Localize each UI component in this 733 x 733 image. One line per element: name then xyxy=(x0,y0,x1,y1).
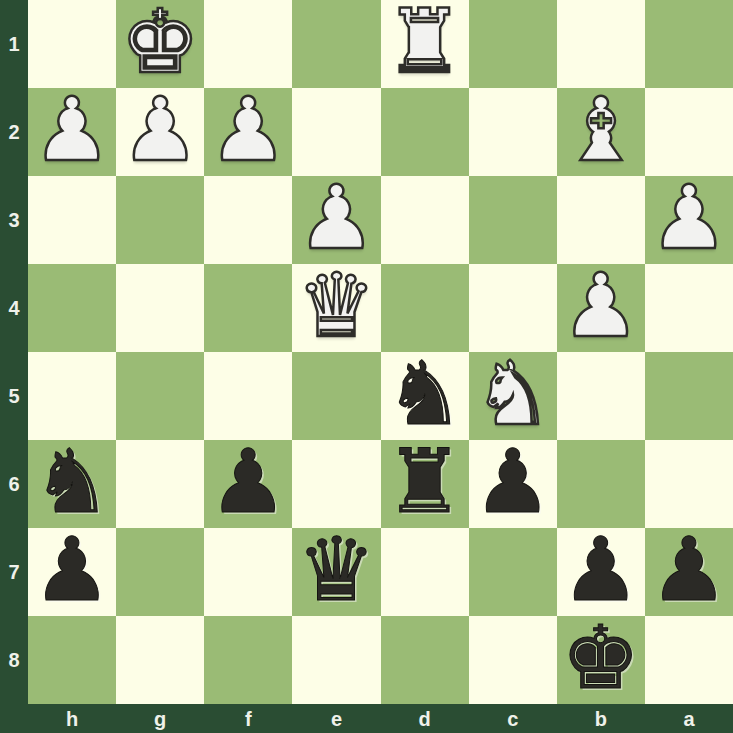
square-h3[interactable] xyxy=(28,176,116,264)
square-h5[interactable] xyxy=(28,352,116,440)
white-king[interactable]: ♚ xyxy=(121,0,200,86)
white-bishop[interactable]: ♝ xyxy=(561,86,640,174)
white-pawn[interactable]: ♟ xyxy=(561,262,640,350)
white-pawn[interactable]: ♟ xyxy=(297,174,376,262)
square-f3[interactable] xyxy=(204,176,292,264)
file-label-g: g xyxy=(116,704,204,733)
black-pawn[interactable]: ♟ xyxy=(473,438,552,526)
chess-board: 1♚♜2♟♟♟♝3♟♟4♛♟5♞♞6♞♟♜♟7♟♛♟♟8♚hgfedcba xyxy=(0,0,733,733)
white-pawn[interactable]: ♟ xyxy=(33,86,112,174)
file-label-a: a xyxy=(645,704,733,733)
rank-label-8: 8 xyxy=(0,616,28,704)
square-b2[interactable]: ♝ xyxy=(557,88,645,176)
square-f7[interactable] xyxy=(204,528,292,616)
square-e7[interactable]: ♛ xyxy=(292,528,380,616)
square-a4[interactable] xyxy=(645,264,733,352)
square-d3[interactable] xyxy=(381,176,469,264)
square-d7[interactable] xyxy=(381,528,469,616)
white-queen[interactable]: ♛ xyxy=(297,262,376,350)
square-b4[interactable]: ♟ xyxy=(557,264,645,352)
white-pawn[interactable]: ♟ xyxy=(121,86,200,174)
rank-label-2: 2 xyxy=(0,88,28,176)
square-d4[interactable] xyxy=(381,264,469,352)
square-h4[interactable] xyxy=(28,264,116,352)
square-d8[interactable] xyxy=(381,616,469,704)
rank-label-5: 5 xyxy=(0,352,28,440)
white-pawn[interactable]: ♟ xyxy=(649,174,728,262)
square-h7[interactable]: ♟ xyxy=(28,528,116,616)
square-h8[interactable] xyxy=(28,616,116,704)
square-e8[interactable] xyxy=(292,616,380,704)
square-e4[interactable]: ♛ xyxy=(292,264,380,352)
square-a6[interactable] xyxy=(645,440,733,528)
square-e3[interactable]: ♟ xyxy=(292,176,380,264)
square-a7[interactable]: ♟ xyxy=(645,528,733,616)
black-queen[interactable]: ♛ xyxy=(297,526,376,614)
square-a5[interactable] xyxy=(645,352,733,440)
black-king[interactable]: ♚ xyxy=(561,614,640,702)
square-c7[interactable] xyxy=(469,528,557,616)
square-b6[interactable] xyxy=(557,440,645,528)
square-e1[interactable] xyxy=(292,0,380,88)
square-h1[interactable] xyxy=(28,0,116,88)
black-pawn[interactable]: ♟ xyxy=(33,526,112,614)
square-b3[interactable] xyxy=(557,176,645,264)
square-f1[interactable] xyxy=(204,0,292,88)
black-pawn[interactable]: ♟ xyxy=(209,438,288,526)
board-corner xyxy=(0,704,28,733)
square-f8[interactable] xyxy=(204,616,292,704)
square-c4[interactable] xyxy=(469,264,557,352)
file-label-d: d xyxy=(381,704,469,733)
square-c2[interactable] xyxy=(469,88,557,176)
square-e5[interactable] xyxy=(292,352,380,440)
square-f6[interactable]: ♟ xyxy=(204,440,292,528)
square-f2[interactable]: ♟ xyxy=(204,88,292,176)
square-a2[interactable] xyxy=(645,88,733,176)
black-pawn[interactable]: ♟ xyxy=(649,526,728,614)
square-g7[interactable] xyxy=(116,528,204,616)
rank-label-6: 6 xyxy=(0,440,28,528)
square-c6[interactable]: ♟ xyxy=(469,440,557,528)
square-g6[interactable] xyxy=(116,440,204,528)
square-d6[interactable]: ♜ xyxy=(381,440,469,528)
rank-label-4: 4 xyxy=(0,264,28,352)
square-g4[interactable] xyxy=(116,264,204,352)
square-h6[interactable]: ♞ xyxy=(28,440,116,528)
black-knight[interactable]: ♞ xyxy=(385,350,464,438)
square-a3[interactable]: ♟ xyxy=(645,176,733,264)
square-b8[interactable]: ♚ xyxy=(557,616,645,704)
square-h2[interactable]: ♟ xyxy=(28,88,116,176)
white-knight[interactable]: ♞ xyxy=(473,350,552,438)
white-pawn[interactable]: ♟ xyxy=(209,86,288,174)
square-a8[interactable] xyxy=(645,616,733,704)
square-g8[interactable] xyxy=(116,616,204,704)
black-rook[interactable]: ♜ xyxy=(385,438,464,526)
square-f4[interactable] xyxy=(204,264,292,352)
file-label-c: c xyxy=(469,704,557,733)
rank-label-7: 7 xyxy=(0,528,28,616)
square-e2[interactable] xyxy=(292,88,380,176)
square-c8[interactable] xyxy=(469,616,557,704)
square-c1[interactable] xyxy=(469,0,557,88)
rank-label-1: 1 xyxy=(0,0,28,88)
file-label-h: h xyxy=(28,704,116,733)
square-g1[interactable]: ♚ xyxy=(116,0,204,88)
square-c5[interactable]: ♞ xyxy=(469,352,557,440)
square-a1[interactable] xyxy=(645,0,733,88)
square-g3[interactable] xyxy=(116,176,204,264)
black-knight[interactable]: ♞ xyxy=(33,438,112,526)
black-pawn[interactable]: ♟ xyxy=(561,526,640,614)
square-b7[interactable]: ♟ xyxy=(557,528,645,616)
file-label-e: e xyxy=(292,704,380,733)
square-c3[interactable] xyxy=(469,176,557,264)
square-b5[interactable] xyxy=(557,352,645,440)
white-rook[interactable]: ♜ xyxy=(385,0,464,86)
square-f5[interactable] xyxy=(204,352,292,440)
rank-label-3: 3 xyxy=(0,176,28,264)
square-d1[interactable]: ♜ xyxy=(381,0,469,88)
square-g2[interactable]: ♟ xyxy=(116,88,204,176)
square-d2[interactable] xyxy=(381,88,469,176)
square-g5[interactable] xyxy=(116,352,204,440)
square-e6[interactable] xyxy=(292,440,380,528)
file-label-f: f xyxy=(204,704,292,733)
square-b1[interactable] xyxy=(557,0,645,88)
square-d5[interactable]: ♞ xyxy=(381,352,469,440)
